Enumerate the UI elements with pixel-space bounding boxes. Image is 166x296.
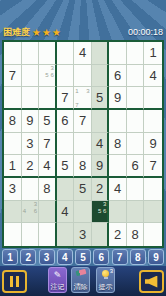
cell-r3c7[interactable]: 9 <box>109 87 127 110</box>
cell-r8c1[interactable] <box>4 201 22 224</box>
cell-r2c1[interactable]: 7 <box>4 65 22 88</box>
cell-r6c1[interactable]: 1 <box>4 155 22 178</box>
cell-r6c3[interactable]: 4 <box>39 155 57 178</box>
cell-r2c6[interactable] <box>92 65 110 88</box>
cell-r2c3[interactable]: 356 <box>39 65 57 88</box>
cell-r9c6[interactable] <box>92 223 110 246</box>
cell-r8c7[interactable] <box>109 201 127 224</box>
difficulty-indicator: 困难度 ★★★ <box>3 26 62 39</box>
cell-r9c9[interactable] <box>144 223 162 246</box>
cell-r2c5[interactable] <box>74 65 92 88</box>
cell-r6c8[interactable]: 6 <box>127 155 145 178</box>
pencil-marks: 356 <box>92 201 108 223</box>
pencil-marks: 137 <box>74 87 91 108</box>
cell-r6c4[interactable]: 5 <box>57 155 75 178</box>
cell-r7c3[interactable]: 8 <box>39 178 57 201</box>
numpad-button-1[interactable]: 1 <box>2 249 18 265</box>
eraser-icon <box>75 269 86 276</box>
cell-r4c6[interactable] <box>92 110 110 133</box>
cell-r7c1[interactable]: 3 <box>4 178 22 201</box>
cell-r7c5[interactable]: 5 <box>74 178 92 201</box>
numpad-button-6[interactable]: 6 <box>93 249 109 265</box>
pencil-marks: 356 <box>39 65 55 87</box>
clear-label: 清除 <box>74 283 88 291</box>
cell-r8c9[interactable] <box>144 201 162 224</box>
cell-r6c5[interactable]: 8 <box>74 155 92 178</box>
cell-r3c3[interactable] <box>39 87 57 110</box>
cell-r4c2[interactable]: 9 <box>22 110 40 133</box>
cell-r8c4[interactable]: 4 <box>57 201 75 224</box>
cell-r1c9[interactable]: 1 <box>144 42 162 65</box>
cell-r2c9[interactable]: 4 <box>144 65 162 88</box>
cell-r2c7[interactable]: 6 <box>109 65 127 88</box>
cell-r9c2[interactable] <box>22 223 40 246</box>
cell-r8c5[interactable] <box>74 201 92 224</box>
numpad-button-5[interactable]: 5 <box>75 249 91 265</box>
numpad-button-8[interactable]: 8 <box>130 249 146 265</box>
cell-r7c7[interactable]: 4 <box>109 178 127 201</box>
cell-r5c3[interactable]: 7 <box>39 133 57 156</box>
numpad-button-2[interactable]: 2 <box>20 249 36 265</box>
cell-r1c2[interactable] <box>22 42 40 65</box>
cell-r9c5[interactable]: 3 <box>74 223 92 246</box>
cell-r4c1[interactable]: 8 <box>4 110 22 133</box>
cell-r7c8[interactable] <box>127 178 145 201</box>
sudoku-board: 4173566471375989567374891245896738524346… <box>2 40 164 248</box>
speaker-icon <box>145 276 158 288</box>
cell-r7c4[interactable] <box>57 178 75 201</box>
cell-r4c4[interactable]: 6 <box>57 110 75 133</box>
cell-r3c4[interactable]: 7 <box>57 87 75 110</box>
cell-r9c7[interactable]: 2 <box>109 223 127 246</box>
cell-r5c5[interactable] <box>74 133 92 156</box>
cell-r6c7[interactable] <box>109 155 127 178</box>
cell-r3c2[interactable] <box>22 87 40 110</box>
notes-button[interactable]: ✎ 注记 <box>48 267 67 293</box>
cell-r7c9[interactable] <box>144 178 162 201</box>
cell-r1c5[interactable]: 4 <box>74 42 92 65</box>
timer: 00:00:18 <box>128 27 163 37</box>
cell-r4c9[interactable] <box>144 110 162 133</box>
cell-r8c8[interactable] <box>127 201 145 224</box>
cell-r9c8[interactable]: 8 <box>127 223 145 246</box>
pause-icon <box>10 276 13 287</box>
numpad-button-9[interactable]: 9 <box>148 249 164 265</box>
cell-r4c3[interactable]: 5 <box>39 110 57 133</box>
pencil-marks: 346 <box>22 201 39 223</box>
pencil-icon: ✎ <box>54 270 62 280</box>
numpad-button-7[interactable]: 7 <box>112 249 128 265</box>
cell-r8c3[interactable] <box>39 201 57 224</box>
cell-r6c6[interactable]: 9 <box>92 155 110 178</box>
sudoku-app: 困难度 ★★★ 00:00:18 41735664713759895673748… <box>0 0 166 296</box>
cell-r5c6[interactable]: 4 <box>92 133 110 156</box>
cell-r4c7[interactable] <box>109 110 127 133</box>
difficulty-stars: ★★★ <box>32 28 62 38</box>
cell-r6c9[interactable]: 7 <box>144 155 162 178</box>
clear-button[interactable]: 清除 <box>71 267 90 293</box>
cell-r9c3[interactable] <box>39 223 57 246</box>
cell-r3c8[interactable] <box>127 87 145 110</box>
cell-r1c4[interactable] <box>57 42 75 65</box>
lightbulb-icon <box>102 270 109 279</box>
cell-r5c9[interactable]: 9 <box>144 133 162 156</box>
cell-r4c8[interactable] <box>127 110 145 133</box>
cell-r3c1[interactable] <box>4 87 22 110</box>
cell-r2c8[interactable] <box>127 65 145 88</box>
cell-r8c6[interactable]: 356 <box>92 201 110 224</box>
cell-r5c4[interactable] <box>57 133 75 156</box>
hint-count-badge: 3 <box>110 268 113 274</box>
hint-label: 提示 <box>99 283 113 291</box>
cell-r9c4[interactable] <box>57 223 75 246</box>
cell-r5c7[interactable]: 8 <box>109 133 127 156</box>
cell-r8c2[interactable]: 346 <box>22 201 40 224</box>
pause-button[interactable] <box>2 270 27 293</box>
cell-r9c1[interactable] <box>4 223 22 246</box>
cell-r3c9[interactable] <box>144 87 162 110</box>
hint-button[interactable]: 3 提示 <box>96 267 115 293</box>
cell-r2c2[interactable] <box>22 65 40 88</box>
cell-r1c6[interactable] <box>92 42 110 65</box>
cell-r1c1[interactable] <box>4 42 22 65</box>
cell-r1c8[interactable] <box>127 42 145 65</box>
cell-r3c5[interactable]: 137 <box>74 87 92 110</box>
cell-r3c6[interactable]: 5 <box>92 87 110 110</box>
cell-r6c2[interactable]: 2 <box>22 155 40 178</box>
cell-r5c2[interactable]: 3 <box>22 133 40 156</box>
notes-label: 注记 <box>51 283 65 291</box>
cell-r4c5[interactable]: 7 <box>74 110 92 133</box>
cell-r5c1[interactable] <box>4 133 22 156</box>
numpad-button-4[interactable]: 4 <box>57 249 73 265</box>
cell-r2c4[interactable] <box>57 65 75 88</box>
cell-r7c2[interactable] <box>22 178 40 201</box>
cell-r5c8[interactable] <box>127 133 145 156</box>
cell-r1c3[interactable] <box>39 42 57 65</box>
cell-r7c6[interactable]: 2 <box>92 178 110 201</box>
numpad-button-3[interactable]: 3 <box>39 249 55 265</box>
sound-button[interactable] <box>139 270 164 293</box>
cell-r1c7[interactable] <box>109 42 127 65</box>
number-pad: 1 2 3 4 5 6 7 8 9 <box>2 249 164 265</box>
difficulty-label: 困难度 <box>3 26 30 39</box>
